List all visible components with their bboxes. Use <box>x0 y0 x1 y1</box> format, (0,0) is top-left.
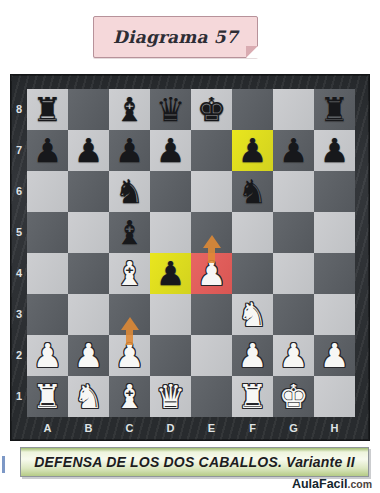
square-g7[interactable]: ♟ <box>273 130 314 171</box>
black-knight-f6: ♞ <box>238 171 268 212</box>
white-queen-d1: ♛ <box>156 376 186 417</box>
square-c1[interactable]: ♝ <box>109 376 150 417</box>
white-pawn-b2: ♟ <box>74 335 104 376</box>
square-g5[interactable] <box>273 212 314 253</box>
square-c7[interactable]: ♟ <box>109 130 150 171</box>
black-knight-c6: ♞ <box>115 171 145 212</box>
square-d1[interactable]: ♛ <box>150 376 191 417</box>
diagram-title-note: Diagrama 57 <box>93 16 258 58</box>
file-label-a: A <box>27 417 68 442</box>
black-rook-h8: ♜ <box>320 89 350 130</box>
square-b3[interactable] <box>68 294 109 335</box>
square-g8[interactable] <box>273 89 314 130</box>
square-g2[interactable]: ♟ <box>273 335 314 376</box>
square-b5[interactable] <box>68 212 109 253</box>
square-b1[interactable]: ♞ <box>68 376 109 417</box>
square-h4[interactable] <box>314 253 355 294</box>
page: Diagrama 57 87654321 ♜♝♛♚♜♟♟♟♟♟♟♟♞♞♝♝♟♟♞… <box>0 0 380 493</box>
white-knight-f3: ♞ <box>238 294 268 335</box>
square-e7[interactable] <box>191 130 232 171</box>
square-h1[interactable] <box>314 376 355 417</box>
square-f1[interactable]: ♜ <box>232 376 273 417</box>
square-a7[interactable]: ♟ <box>27 130 68 171</box>
square-b7[interactable]: ♟ <box>68 130 109 171</box>
square-d3[interactable] <box>150 294 191 335</box>
square-h7[interactable]: ♟ <box>314 130 355 171</box>
black-pawn-f7: ♟ <box>238 130 268 171</box>
black-pawn-d4: ♟ <box>156 253 186 294</box>
square-f4[interactable] <box>232 253 273 294</box>
black-pawn-b7: ♟ <box>74 130 104 171</box>
rank-label-4: 4 <box>11 253 27 294</box>
square-f5[interactable] <box>232 212 273 253</box>
square-d2[interactable] <box>150 335 191 376</box>
site-brand: AulaFacil.com <box>292 477 372 491</box>
caption-text: DEFENSA DE LOS DOS CABALLOS. Variante II <box>34 454 354 470</box>
square-f8[interactable] <box>232 89 273 130</box>
square-e8[interactable]: ♚ <box>191 89 232 130</box>
black-pawn-h7: ♟ <box>320 130 350 171</box>
square-f7[interactable]: ♟ <box>232 130 273 171</box>
rank-label-7: 7 <box>11 130 27 171</box>
square-h5[interactable] <box>314 212 355 253</box>
square-a5[interactable] <box>27 212 68 253</box>
square-a4[interactable] <box>27 253 68 294</box>
square-e6[interactable] <box>191 171 232 212</box>
white-pawn-e4: ♟ <box>197 253 227 294</box>
square-e4[interactable]: ♟ <box>191 253 232 294</box>
black-pawn-g7: ♟ <box>279 130 309 171</box>
square-d4[interactable]: ♟ <box>150 253 191 294</box>
square-h3[interactable] <box>314 294 355 335</box>
black-bishop-c8: ♝ <box>115 89 145 130</box>
square-e1[interactable] <box>191 376 232 417</box>
square-a1[interactable]: ♜ <box>27 376 68 417</box>
text-cursor-artifact <box>2 456 5 473</box>
square-g6[interactable] <box>273 171 314 212</box>
square-c3[interactable] <box>109 294 150 335</box>
square-c6[interactable]: ♞ <box>109 171 150 212</box>
square-a3[interactable] <box>27 294 68 335</box>
square-d5[interactable] <box>150 212 191 253</box>
brand-suffix: .com <box>347 478 372 490</box>
diagram-title: Diagrama 57 <box>113 27 238 47</box>
square-a8[interactable]: ♜ <box>27 89 68 130</box>
rank-label-3: 3 <box>11 294 27 335</box>
rank-label-6: 6 <box>11 171 27 212</box>
rank-label-2: 2 <box>11 335 27 376</box>
black-queen-d8: ♛ <box>156 89 186 130</box>
square-c4[interactable]: ♝ <box>109 253 150 294</box>
chess-board: 87654321 ♜♝♛♚♜♟♟♟♟♟♟♟♞♞♝♝♟♟♞♟♟♟♟♟♟♜♞♝♛♜♚… <box>10 74 370 441</box>
square-b6[interactable] <box>68 171 109 212</box>
white-pawn-h2: ♟ <box>320 335 350 376</box>
file-label-h: H <box>314 417 355 442</box>
black-pawn-c7: ♟ <box>115 130 145 171</box>
black-rook-a8: ♜ <box>33 89 63 130</box>
rank-labels: 87654321 <box>11 89 27 417</box>
note-fold-cut <box>246 46 258 58</box>
square-a2[interactable]: ♟ <box>27 335 68 376</box>
square-f2[interactable]: ♟ <box>232 335 273 376</box>
white-bishop-c4: ♝ <box>115 253 145 294</box>
rank-label-8: 8 <box>11 89 27 130</box>
square-h6[interactable] <box>314 171 355 212</box>
file-label-e: E <box>191 417 232 442</box>
square-f3[interactable]: ♞ <box>232 294 273 335</box>
square-g4[interactable] <box>273 253 314 294</box>
white-pawn-a2: ♟ <box>33 335 63 376</box>
brand-name: AulaFacil <box>292 477 348 491</box>
square-d8[interactable]: ♛ <box>150 89 191 130</box>
square-b2[interactable]: ♟ <box>68 335 109 376</box>
white-bishop-c1: ♝ <box>115 376 145 417</box>
square-a6[interactable] <box>27 171 68 212</box>
white-rook-a1: ♜ <box>33 376 63 417</box>
square-f6[interactable]: ♞ <box>232 171 273 212</box>
square-e2[interactable] <box>191 335 232 376</box>
file-label-c: C <box>109 417 150 442</box>
white-pawn-f2: ♟ <box>238 335 268 376</box>
square-d6[interactable] <box>150 171 191 212</box>
black-bishop-c5: ♝ <box>115 212 145 253</box>
caption-banner: DEFENSA DE LOS DOS CABALLOS. Variante II <box>20 447 369 477</box>
black-pawn-d7: ♟ <box>156 130 186 171</box>
white-pawn-g2: ♟ <box>279 335 309 376</box>
file-label-f: F <box>232 417 273 442</box>
square-g1[interactable]: ♚ <box>273 376 314 417</box>
rank-label-5: 5 <box>11 212 27 253</box>
rank-label-1: 1 <box>11 376 27 417</box>
white-pawn-c2: ♟ <box>115 335 145 376</box>
black-pawn-a7: ♟ <box>33 130 63 171</box>
file-label-b: B <box>68 417 109 442</box>
board-squares: ♜♝♛♚♜♟♟♟♟♟♟♟♞♞♝♝♟♟♞♟♟♟♟♟♟♜♞♝♛♜♚ <box>27 89 355 417</box>
square-g3[interactable] <box>273 294 314 335</box>
white-knight-b1: ♞ <box>74 376 104 417</box>
square-e5[interactable] <box>191 212 232 253</box>
white-rook-f1: ♜ <box>238 376 268 417</box>
square-d7[interactable]: ♟ <box>150 130 191 171</box>
square-h2[interactable]: ♟ <box>314 335 355 376</box>
square-b4[interactable] <box>68 253 109 294</box>
square-h8[interactable]: ♜ <box>314 89 355 130</box>
white-king-g1: ♚ <box>279 376 309 417</box>
file-label-d: D <box>150 417 191 442</box>
square-c8[interactable]: ♝ <box>109 89 150 130</box>
black-king-e8: ♚ <box>197 89 227 130</box>
square-c5[interactable]: ♝ <box>109 212 150 253</box>
file-label-g: G <box>273 417 314 442</box>
square-e3[interactable] <box>191 294 232 335</box>
square-c2[interactable]: ♟ <box>109 335 150 376</box>
file-labels: ABCDEFGH <box>27 417 355 442</box>
square-b8[interactable] <box>68 89 109 130</box>
